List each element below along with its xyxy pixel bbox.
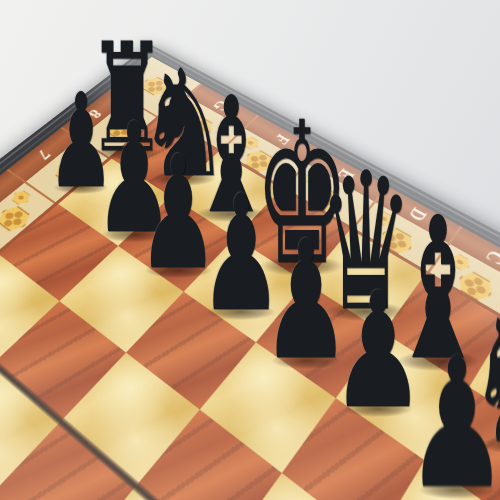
photo-stage: HGFEDCBA 87654321 ♜♞♝♚♛♝♞♟♟♟♟♟♟♟	[0, 0, 500, 500]
black-pawn-b7[interactable]: ♟	[405, 334, 500, 500]
